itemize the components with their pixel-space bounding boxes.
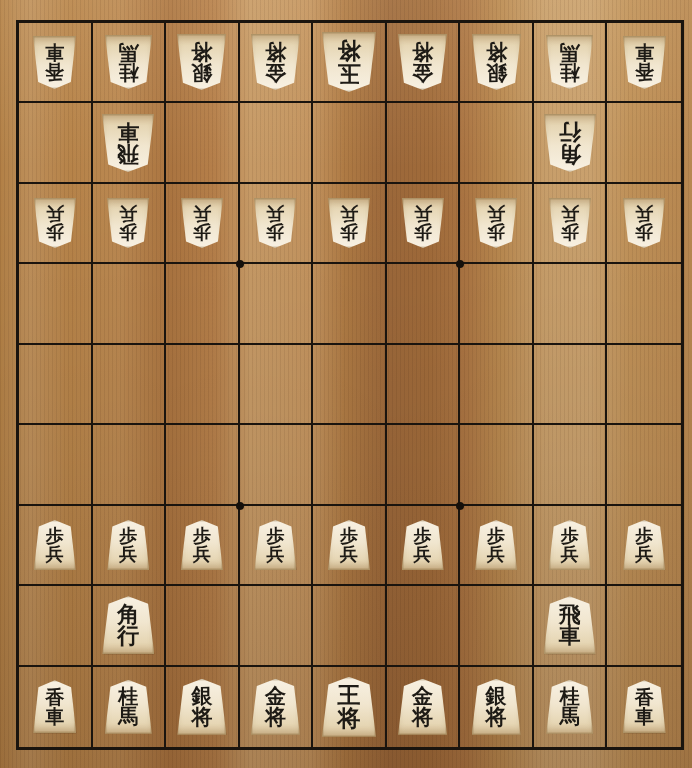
cell-2b[interactable]: 角行 xyxy=(534,103,608,183)
piece-kanji: 馬 xyxy=(118,707,138,727)
piece-kanji: 桂 xyxy=(118,62,138,82)
cell-5d[interactable] xyxy=(313,264,387,344)
piece-kanji: 将 xyxy=(486,42,507,63)
cell-2a[interactable]: 桂馬 xyxy=(534,23,608,103)
piece-kanji: 馬 xyxy=(560,43,580,63)
cell-1g[interactable]: 歩兵 xyxy=(607,506,681,586)
cell-8h[interactable]: 角行 xyxy=(93,586,167,666)
cell-4b[interactable] xyxy=(387,103,461,183)
piece-kanji: 兵 xyxy=(414,545,432,563)
piece-kanji: 飛 xyxy=(117,143,139,165)
piece-sente-bishop[interactable]: 角行 xyxy=(102,596,154,654)
piece-sente-pawn[interactable]: 歩兵 xyxy=(402,520,444,570)
piece-kanji: 兵 xyxy=(487,205,505,223)
piece-kanji: 馬 xyxy=(118,43,138,63)
piece-gote-pawn[interactable]: 歩兵 xyxy=(623,198,665,248)
piece-sente-pawn[interactable]: 歩兵 xyxy=(254,520,296,570)
cell-1c[interactable]: 歩兵 xyxy=(607,184,681,264)
piece-gote-pawn[interactable]: 歩兵 xyxy=(328,198,370,248)
piece-kanji: 行 xyxy=(559,121,581,143)
piece-kanji: 角 xyxy=(117,604,139,626)
cell-6e[interactable] xyxy=(240,345,314,425)
piece-kanji: 兵 xyxy=(266,205,284,223)
piece-gote-gold[interactable]: 金将 xyxy=(398,34,447,90)
piece-gote-pawn[interactable]: 歩兵 xyxy=(34,198,76,248)
piece-sente-pawn[interactable]: 歩兵 xyxy=(181,520,223,570)
piece-gote-pawn[interactable]: 歩兵 xyxy=(549,198,591,248)
piece-gote-bishop[interactable]: 角行 xyxy=(544,114,596,172)
cell-7f[interactable] xyxy=(166,425,240,505)
piece-gote-silver[interactable]: 銀将 xyxy=(177,34,226,90)
piece-kanji: 車 xyxy=(117,121,139,143)
cell-8d[interactable] xyxy=(93,264,167,344)
piece-gote-pawn[interactable]: 歩兵 xyxy=(475,198,517,248)
piece-gote-pawn[interactable]: 歩兵 xyxy=(107,198,149,248)
cell-6c[interactable]: 歩兵 xyxy=(240,184,314,264)
cell-9h[interactable] xyxy=(19,586,93,666)
cell-1i[interactable]: 香車 xyxy=(607,667,681,747)
cell-2c[interactable]: 歩兵 xyxy=(534,184,608,264)
cell-6h[interactable] xyxy=(240,586,314,666)
cell-8e[interactable] xyxy=(93,345,167,425)
piece-kanji: 車 xyxy=(45,44,64,63)
cell-7e[interactable] xyxy=(166,345,240,425)
piece-kanji: 銀 xyxy=(191,686,212,707)
cell-5a[interactable]: 玉将 xyxy=(313,23,387,103)
piece-gote-knight[interactable]: 桂馬 xyxy=(105,35,152,89)
cell-3f[interactable] xyxy=(460,425,534,505)
piece-sente-rook[interactable]: 飛車 xyxy=(544,596,596,654)
piece-sente-gold[interactable]: 金将 xyxy=(398,679,447,735)
cell-6a[interactable]: 金将 xyxy=(240,23,314,103)
piece-sente-pawn[interactable]: 歩兵 xyxy=(623,520,665,570)
piece-gote-silver[interactable]: 銀将 xyxy=(472,34,521,90)
piece-kanji: 金 xyxy=(412,686,433,707)
cell-7c[interactable]: 歩兵 xyxy=(166,184,240,264)
piece-gote-pawn[interactable]: 歩兵 xyxy=(254,198,296,248)
cell-3a[interactable]: 銀将 xyxy=(460,23,534,103)
cell-4h[interactable] xyxy=(387,586,461,666)
piece-kanji: 将 xyxy=(191,42,212,63)
cell-2g[interactable]: 歩兵 xyxy=(534,506,608,586)
cell-9c[interactable]: 歩兵 xyxy=(19,184,93,264)
cell-1b[interactable] xyxy=(607,103,681,183)
cell-8b[interactable]: 飛車 xyxy=(93,103,167,183)
piece-kanji: 兵 xyxy=(487,545,505,563)
cell-8f[interactable] xyxy=(93,425,167,505)
cell-5c[interactable]: 歩兵 xyxy=(313,184,387,264)
piece-gote-pawn[interactable]: 歩兵 xyxy=(402,198,444,248)
piece-gote-pawn[interactable]: 歩兵 xyxy=(181,198,223,248)
cell-2e[interactable] xyxy=(534,345,608,425)
cell-1f[interactable] xyxy=(607,425,681,505)
piece-kanji: 兵 xyxy=(561,205,579,223)
piece-kanji: 香 xyxy=(45,62,64,81)
hoshi-dot xyxy=(456,260,464,268)
piece-kanji: 兵 xyxy=(193,545,211,563)
piece-kanji: 将 xyxy=(412,707,433,728)
piece-sente-knight[interactable]: 桂馬 xyxy=(105,680,152,734)
piece-kanji: 将 xyxy=(265,42,286,63)
cell-1d[interactable] xyxy=(607,264,681,344)
cell-3c[interactable]: 歩兵 xyxy=(460,184,534,264)
piece-sente-gold[interactable]: 金将 xyxy=(251,679,300,735)
piece-kanji: 王 xyxy=(337,684,360,707)
cell-3d[interactable] xyxy=(460,264,534,344)
piece-kanji: 銀 xyxy=(486,62,507,83)
cell-3i[interactable]: 銀将 xyxy=(460,667,534,747)
piece-kanji: 角 xyxy=(559,143,581,165)
cell-3g[interactable]: 歩兵 xyxy=(460,506,534,586)
shogi-board: 香車桂馬銀将金将玉将金将銀将桂馬香車飛車角行歩兵歩兵歩兵歩兵歩兵歩兵歩兵歩兵歩兵… xyxy=(16,20,684,750)
piece-gote-lance[interactable]: 香車 xyxy=(33,36,76,89)
piece-kanji: 兵 xyxy=(635,205,653,223)
cell-8i[interactable]: 桂馬 xyxy=(93,667,167,747)
piece-kanji: 車 xyxy=(559,625,581,647)
piece-kanji: 金 xyxy=(412,62,433,83)
piece-kanji: 歩 xyxy=(119,223,137,241)
piece-kanji: 兵 xyxy=(46,205,64,223)
cell-3h[interactable] xyxy=(460,586,534,666)
piece-kanji: 兵 xyxy=(635,545,653,563)
cell-2d[interactable] xyxy=(534,264,608,344)
piece-gote-rook[interactable]: 飛車 xyxy=(102,114,154,172)
piece-kanji: 行 xyxy=(117,625,139,647)
cell-5b[interactable] xyxy=(313,103,387,183)
piece-kanji: 将 xyxy=(412,42,433,63)
piece-gote-king[interactable]: 玉将 xyxy=(322,32,376,92)
piece-gote-gold[interactable]: 金将 xyxy=(251,34,300,90)
cell-2i[interactable]: 桂馬 xyxy=(534,667,608,747)
piece-kanji: 香 xyxy=(635,62,654,81)
hoshi-dot xyxy=(236,260,244,268)
piece-kanji: 桂 xyxy=(560,62,580,82)
piece-kanji: 歩 xyxy=(193,223,211,241)
piece-kanji: 兵 xyxy=(119,205,137,223)
cell-9g[interactable]: 歩兵 xyxy=(19,506,93,586)
cell-5i[interactable]: 王将 xyxy=(313,667,387,747)
piece-sente-pawn[interactable]: 歩兵 xyxy=(107,520,149,570)
piece-sente-lance[interactable]: 香車 xyxy=(623,680,666,733)
piece-sente-king[interactable]: 王将 xyxy=(322,677,376,737)
cell-9e[interactable] xyxy=(19,345,93,425)
cell-4c[interactable]: 歩兵 xyxy=(387,184,461,264)
piece-kanji: 兵 xyxy=(266,545,284,563)
piece-sente-pawn[interactable]: 歩兵 xyxy=(328,520,370,570)
cell-8g[interactable]: 歩兵 xyxy=(93,506,167,586)
piece-sente-silver[interactable]: 銀将 xyxy=(177,679,226,735)
piece-kanji: 銀 xyxy=(486,686,507,707)
cell-1e[interactable] xyxy=(607,345,681,425)
cell-7d[interactable] xyxy=(166,264,240,344)
cell-9f[interactable] xyxy=(19,425,93,505)
piece-kanji: 歩 xyxy=(46,223,64,241)
piece-kanji: 兵 xyxy=(193,205,211,223)
cell-5g[interactable]: 歩兵 xyxy=(313,506,387,586)
cell-4f[interactable] xyxy=(387,425,461,505)
piece-kanji: 銀 xyxy=(191,62,212,83)
piece-gote-knight[interactable]: 桂馬 xyxy=(546,35,593,89)
piece-kanji: 金 xyxy=(265,686,286,707)
piece-sente-knight[interactable]: 桂馬 xyxy=(546,680,593,734)
piece-kanji: 将 xyxy=(337,40,360,63)
cell-4d[interactable] xyxy=(387,264,461,344)
piece-kanji: 兵 xyxy=(340,545,358,563)
piece-kanji: 玉 xyxy=(337,62,360,85)
cell-5h[interactable] xyxy=(313,586,387,666)
cell-9i[interactable]: 香車 xyxy=(19,667,93,747)
piece-kanji: 兵 xyxy=(46,545,64,563)
piece-kanji: 将 xyxy=(337,707,360,730)
cell-2f[interactable] xyxy=(534,425,608,505)
cell-2h[interactable]: 飛車 xyxy=(534,586,608,666)
cell-4i[interactable]: 金将 xyxy=(387,667,461,747)
cell-9d[interactable] xyxy=(19,264,93,344)
cell-6b[interactable] xyxy=(240,103,314,183)
cell-7g[interactable]: 歩兵 xyxy=(166,506,240,586)
cell-3b[interactable] xyxy=(460,103,534,183)
cell-1a[interactable]: 香車 xyxy=(607,23,681,103)
piece-kanji: 歩 xyxy=(487,223,505,241)
piece-kanji: 将 xyxy=(265,707,286,728)
piece-sente-silver[interactable]: 銀将 xyxy=(472,679,521,735)
piece-kanji: 歩 xyxy=(414,223,432,241)
cell-4a[interactable]: 金将 xyxy=(387,23,461,103)
cell-9a[interactable]: 香車 xyxy=(19,23,93,103)
cell-7h[interactable] xyxy=(166,586,240,666)
piece-kanji: 車 xyxy=(635,707,654,726)
piece-kanji: 歩 xyxy=(561,223,579,241)
piece-kanji: 歩 xyxy=(340,223,358,241)
cell-9b[interactable] xyxy=(19,103,93,183)
cell-5e[interactable] xyxy=(313,345,387,425)
hoshi-dot xyxy=(236,502,244,510)
cell-6d[interactable] xyxy=(240,264,314,344)
cell-6f[interactable] xyxy=(240,425,314,505)
piece-sente-pawn[interactable]: 歩兵 xyxy=(34,520,76,570)
cell-4e[interactable] xyxy=(387,345,461,425)
hoshi-dot xyxy=(456,502,464,510)
piece-sente-lance[interactable]: 香車 xyxy=(33,680,76,733)
cell-1h[interactable] xyxy=(607,586,681,666)
piece-kanji: 車 xyxy=(45,707,64,726)
cell-6i[interactable]: 金将 xyxy=(240,667,314,747)
cell-3e[interactable] xyxy=(460,345,534,425)
shogi-board-photo: 香車桂馬銀将金将玉将金将銀将桂馬香車飛車角行歩兵歩兵歩兵歩兵歩兵歩兵歩兵歩兵歩兵… xyxy=(0,0,692,768)
piece-kanji: 歩 xyxy=(266,223,284,241)
cell-5f[interactable] xyxy=(313,425,387,505)
piece-kanji: 将 xyxy=(486,707,507,728)
piece-kanji: 香 xyxy=(635,688,654,707)
piece-sente-pawn[interactable]: 歩兵 xyxy=(549,520,591,570)
piece-kanji: 金 xyxy=(265,62,286,83)
piece-kanji: 兵 xyxy=(340,205,358,223)
piece-kanji: 兵 xyxy=(119,545,137,563)
cell-8c[interactable]: 歩兵 xyxy=(93,184,167,264)
cell-4g[interactable]: 歩兵 xyxy=(387,506,461,586)
piece-kanji: 馬 xyxy=(560,707,580,727)
cell-6g[interactable]: 歩兵 xyxy=(240,506,314,586)
cell-7i[interactable]: 銀将 xyxy=(166,667,240,747)
piece-kanji: 将 xyxy=(191,707,212,728)
piece-kanji: 香 xyxy=(45,688,64,707)
piece-sente-pawn[interactable]: 歩兵 xyxy=(475,520,517,570)
piece-kanji: 兵 xyxy=(414,205,432,223)
cell-8a[interactable]: 桂馬 xyxy=(93,23,167,103)
piece-kanji: 歩 xyxy=(635,223,653,241)
cell-7b[interactable] xyxy=(166,103,240,183)
piece-gote-lance[interactable]: 香車 xyxy=(623,36,666,89)
piece-kanji: 車 xyxy=(635,44,654,63)
cell-7a[interactable]: 銀将 xyxy=(166,23,240,103)
piece-kanji: 兵 xyxy=(561,545,579,563)
piece-kanji: 飛 xyxy=(559,604,581,626)
